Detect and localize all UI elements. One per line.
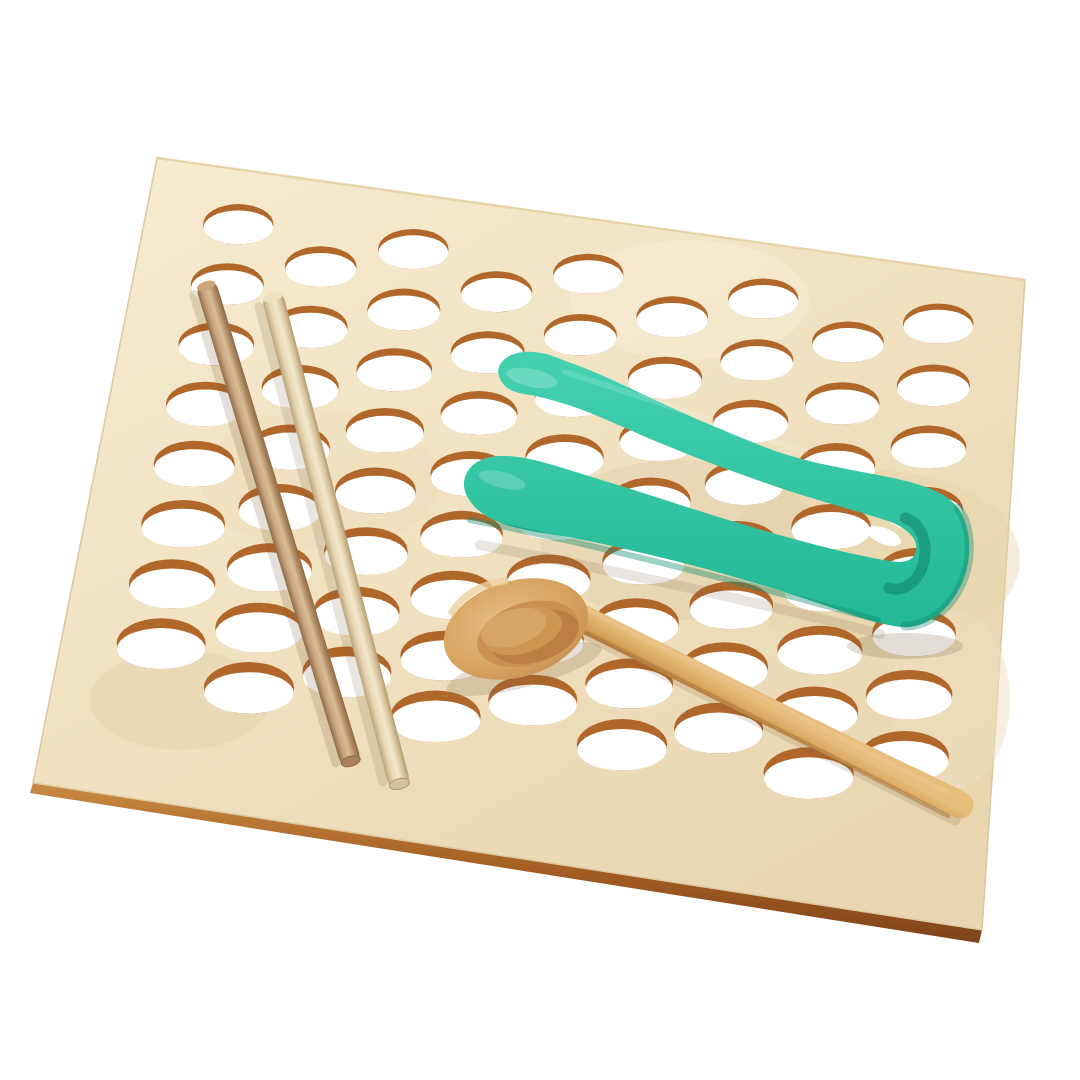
- board-hole: [805, 389, 879, 424]
- board-hole: [728, 285, 798, 319]
- board-hole: [142, 509, 225, 548]
- board-hole: [812, 328, 883, 362]
- board-hole: [441, 399, 517, 435]
- board-hole: [391, 701, 481, 743]
- board-hole: [866, 679, 952, 719]
- board-hole: [461, 278, 532, 312]
- board-hole: [204, 672, 294, 714]
- board-hole: [368, 295, 440, 330]
- board-hole: [285, 253, 356, 287]
- board-hole: [891, 433, 966, 469]
- board-hole: [544, 321, 616, 356]
- board-hole: [378, 235, 448, 269]
- board-hole: [346, 416, 424, 453]
- board-hole: [203, 211, 273, 245]
- board-hole: [903, 310, 973, 344]
- board-hole: [117, 628, 205, 669]
- board-hole: [335, 476, 415, 514]
- board-hole: [357, 356, 432, 392]
- scene-svg: [0, 0, 1080, 1080]
- board-hole: [778, 635, 862, 674]
- board-hole: [154, 449, 234, 487]
- board-hole: [637, 303, 708, 337]
- product-photo: [0, 0, 1080, 1080]
- board-hole: [897, 371, 969, 406]
- board-hole: [553, 260, 623, 294]
- board-hole: [129, 568, 215, 608]
- board-hole: [577, 729, 667, 771]
- board-hole: [721, 346, 793, 381]
